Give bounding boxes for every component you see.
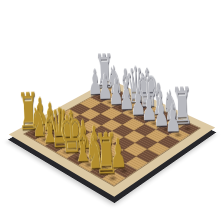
board-frame: ♜♞♝♛♚♝♞♜♟♟♟♟♟♟♟♟♟♟♟♟♟♟♟♟♜♞♝♛♚♝♞♜ — [9, 80, 215, 197]
board-grid: ♜♞♝♛♚♝♞♜♟♟♟♟♟♟♟♟♟♟♟♟♟♟♟♟♜♞♝♛♚♝♞♜ — [24, 87, 199, 186]
piece-black-pawn[interactable]: ♟ — [165, 100, 182, 138]
product-photo-scene: ♜♞♝♛♚♝♞♜♟♟♟♟♟♟♟♟♟♟♟♟♟♟♟♟♜♞♝♛♚♝♞♜ — [0, 0, 222, 222]
chess-board: ♜♞♝♛♚♝♞♜♟♟♟♟♟♟♟♟♟♟♟♟♟♟♟♟♜♞♝♛♚♝♞♜ — [9, 80, 215, 197]
piece-white-rook[interactable]: ♜ — [94, 126, 119, 182]
